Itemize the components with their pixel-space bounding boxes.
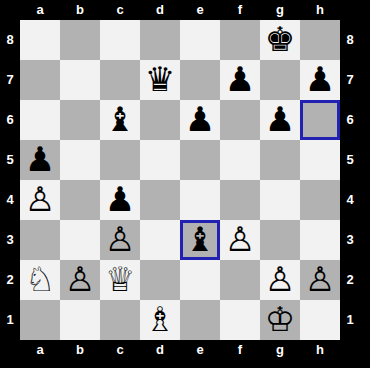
square-g4[interactable]	[260, 180, 300, 220]
file-label-h: h	[300, 0, 340, 20]
black-pawn: ♟	[225, 59, 255, 99]
file-label-a: a	[20, 340, 60, 360]
white-knight: ♘	[25, 259, 55, 299]
file-label-f: f	[220, 340, 260, 360]
square-f6[interactable]	[220, 100, 260, 140]
black-bishop: ♝	[105, 99, 135, 139]
square-h2[interactable]: ♙	[300, 260, 340, 300]
rank-label-6: 6	[0, 100, 20, 140]
white-queen: ♕	[105, 259, 135, 299]
square-b4[interactable]	[60, 180, 100, 220]
square-e5[interactable]	[180, 140, 220, 180]
white-king: ♔	[265, 299, 295, 339]
rank-label-1: 1	[340, 300, 360, 340]
rank-label-3: 3	[0, 220, 20, 260]
white-pawn: ♙	[105, 219, 135, 259]
white-pawn: ♙	[265, 259, 295, 299]
rank-labels-left: 87654321	[0, 20, 20, 340]
square-h3[interactable]	[300, 220, 340, 260]
file-label-e: e	[180, 340, 220, 360]
square-e8[interactable]	[180, 20, 220, 60]
square-e6[interactable]: ♟	[180, 100, 220, 140]
square-e7[interactable]	[180, 60, 220, 100]
square-c2[interactable]: ♕	[100, 260, 140, 300]
square-f1[interactable]	[220, 300, 260, 340]
chessboard: ♚♛♟♟♝♟♟♟♙♟♙♝♙♘♙♕♙♙♗♔	[20, 20, 340, 340]
square-d3[interactable]	[140, 220, 180, 260]
square-d1[interactable]: ♗	[140, 300, 180, 340]
square-a8[interactable]	[20, 20, 60, 60]
file-label-d: d	[140, 340, 180, 360]
square-b7[interactable]	[60, 60, 100, 100]
rank-label-5: 5	[0, 140, 20, 180]
rank-label-8: 8	[0, 20, 20, 60]
square-f5[interactable]	[220, 140, 260, 180]
square-f7[interactable]: ♟	[220, 60, 260, 100]
black-pawn: ♟	[305, 59, 335, 99]
file-label-c: c	[100, 340, 140, 360]
file-labels-bottom: abcdefgh	[20, 340, 340, 360]
square-g8[interactable]: ♚	[260, 20, 300, 60]
square-c8[interactable]	[100, 20, 140, 60]
black-pawn: ♟	[105, 179, 135, 219]
chess-diagram: abcdefgh 87654321 ♚♛♟♟♝♟♟♟♙♟♙♝♙♘♙♕♙♙♗♔ 8…	[0, 0, 370, 368]
square-a4[interactable]: ♙	[20, 180, 60, 220]
square-a6[interactable]	[20, 100, 60, 140]
rank-labels-right: 87654321	[340, 20, 360, 340]
square-d7[interactable]: ♛	[140, 60, 180, 100]
square-f4[interactable]	[220, 180, 260, 220]
square-h8[interactable]	[300, 20, 340, 60]
file-label-f: f	[220, 0, 260, 20]
square-d4[interactable]	[140, 180, 180, 220]
rank-label-5: 5	[340, 140, 360, 180]
white-pawn: ♙	[305, 259, 335, 299]
square-b6[interactable]	[60, 100, 100, 140]
square-e1[interactable]	[180, 300, 220, 340]
file-label-e: e	[180, 0, 220, 20]
square-h6[interactable]	[300, 100, 340, 140]
white-pawn: ♙	[25, 179, 55, 219]
square-g3[interactable]	[260, 220, 300, 260]
square-c6[interactable]: ♝	[100, 100, 140, 140]
square-d8[interactable]	[140, 20, 180, 60]
square-g1[interactable]: ♔	[260, 300, 300, 340]
file-label-d: d	[140, 0, 180, 20]
white-bishop: ♗	[145, 299, 175, 339]
white-pawn: ♙	[225, 219, 255, 259]
square-g7[interactable]	[260, 60, 300, 100]
square-h1[interactable]	[300, 300, 340, 340]
square-b8[interactable]	[60, 20, 100, 60]
file-label-g: g	[260, 0, 300, 20]
square-a1[interactable]	[20, 300, 60, 340]
black-queen: ♛	[145, 59, 175, 99]
file-label-c: c	[100, 0, 140, 20]
rank-label-4: 4	[340, 180, 360, 220]
file-labels-top: abcdefgh	[20, 0, 340, 20]
square-b3[interactable]	[60, 220, 100, 260]
square-a5[interactable]: ♟	[20, 140, 60, 180]
rank-label-2: 2	[0, 260, 20, 300]
square-h7[interactable]: ♟	[300, 60, 340, 100]
rank-label-4: 4	[0, 180, 20, 220]
rank-label-6: 6	[340, 100, 360, 140]
file-label-b: b	[60, 0, 100, 20]
file-label-a: a	[20, 0, 60, 20]
rank-label-7: 7	[0, 60, 20, 100]
square-d5[interactable]	[140, 140, 180, 180]
square-b2[interactable]: ♙	[60, 260, 100, 300]
square-h5[interactable]	[300, 140, 340, 180]
square-e3[interactable]: ♝	[180, 220, 220, 260]
file-label-b: b	[60, 340, 100, 360]
square-e4[interactable]	[180, 180, 220, 220]
square-b1[interactable]	[60, 300, 100, 340]
black-king: ♚	[265, 19, 295, 59]
black-pawn: ♟	[25, 139, 55, 179]
square-h4[interactable]	[300, 180, 340, 220]
rank-label-2: 2	[340, 260, 360, 300]
square-g6[interactable]: ♟	[260, 100, 300, 140]
rank-label-8: 8	[340, 20, 360, 60]
square-f2[interactable]	[220, 260, 260, 300]
rank-label-1: 1	[0, 300, 20, 340]
square-e2[interactable]	[180, 260, 220, 300]
square-a7[interactable]	[20, 60, 60, 100]
square-c3[interactable]: ♙	[100, 220, 140, 260]
file-label-h: h	[300, 340, 340, 360]
black-pawn: ♟	[185, 99, 215, 139]
black-bishop: ♝	[185, 219, 215, 259]
square-d2[interactable]	[140, 260, 180, 300]
square-c1[interactable]	[100, 300, 140, 340]
square-g2[interactable]: ♙	[260, 260, 300, 300]
file-label-g: g	[260, 340, 300, 360]
square-d6[interactable]	[140, 100, 180, 140]
square-f8[interactable]	[220, 20, 260, 60]
square-g5[interactable]	[260, 140, 300, 180]
white-pawn: ♙	[65, 259, 95, 299]
rank-label-7: 7	[340, 60, 360, 100]
square-b5[interactable]	[60, 140, 100, 180]
square-a2[interactable]: ♘	[20, 260, 60, 300]
square-a3[interactable]	[20, 220, 60, 260]
square-f3[interactable]: ♙	[220, 220, 260, 260]
square-c7[interactable]	[100, 60, 140, 100]
rank-label-3: 3	[340, 220, 360, 260]
square-c4[interactable]: ♟	[100, 180, 140, 220]
black-pawn: ♟	[265, 99, 295, 139]
square-c5[interactable]	[100, 140, 140, 180]
